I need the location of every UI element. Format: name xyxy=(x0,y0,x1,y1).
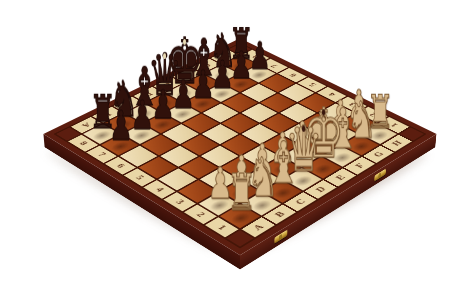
coordinate-label: 1 xyxy=(215,223,228,231)
coordinate-label: D xyxy=(313,185,327,193)
brass-clasp xyxy=(275,229,288,243)
photo-stage: ABCDEFGH8♜♞♝♛♚♝♞♜87♟♟♟♟♟♟♟♟7665544332♟♟♟… xyxy=(0,0,450,300)
finial-tip xyxy=(183,39,186,45)
coordinate-label: 6 xyxy=(114,162,126,169)
coordinate-label: C xyxy=(293,197,307,205)
coordinate-label: 6 xyxy=(287,72,298,78)
pawn-icon: ♟ xyxy=(172,75,195,114)
finial-tip xyxy=(302,126,305,132)
coordinate-label: 7 xyxy=(95,151,107,158)
coordinate-label: 5 xyxy=(306,82,317,88)
coordinate-label: A xyxy=(251,223,266,232)
coordinate-label: 4 xyxy=(153,186,166,193)
finial-tip xyxy=(163,54,166,60)
coordinate-label: E xyxy=(334,174,348,182)
pawn-icon: ♟ xyxy=(211,55,234,93)
pawn-icon: ♟ xyxy=(151,85,174,125)
chess-board: ABCDEFGH8♜♞♝♛♚♝♞♜87♟♟♟♟♟♟♟♟7665544332♟♟♟… xyxy=(43,38,436,255)
coordinate-label: G xyxy=(371,150,385,158)
coord-left-5: 5 xyxy=(124,168,155,186)
coordinate-label: 3 xyxy=(173,198,186,205)
coordinate-label: F xyxy=(353,162,366,169)
coordinate-label: B xyxy=(273,210,287,218)
coordinate-label: 2 xyxy=(194,211,207,219)
pawn-icon: ♟ xyxy=(192,65,215,104)
pawn-icon: ♟ xyxy=(109,105,133,146)
coordinate-label: 8 xyxy=(77,140,89,146)
coordinate-label: H xyxy=(390,139,404,147)
board-surface: ABCDEFGH8♜♞♝♛♚♝♞♜87♟♟♟♟♟♟♟♟7665544332♟♟♟… xyxy=(43,38,436,255)
rook-icon: ♜ xyxy=(227,167,257,217)
coordinate-label: 5 xyxy=(133,174,145,181)
pawn-icon: ♟ xyxy=(131,95,155,135)
